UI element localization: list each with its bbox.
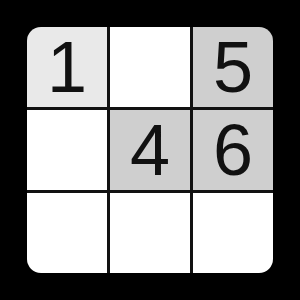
cell-r1c2[interactable]: 6 [193, 110, 273, 190]
icon-background: 1546 [0, 0, 300, 300]
cell-r1c1[interactable]: 4 [110, 110, 190, 190]
cell-r0c1[interactable] [110, 27, 190, 107]
cell-r0c2[interactable]: 5 [193, 27, 273, 107]
sudoku-board[interactable]: 1546 [27, 27, 273, 273]
cell-digit: 6 [213, 114, 253, 186]
cell-r2c2[interactable] [193, 193, 273, 273]
cell-r2c1[interactable] [110, 193, 190, 273]
cell-digit: 1 [47, 31, 87, 103]
cell-r1c0[interactable] [27, 110, 107, 190]
cell-r0c0[interactable]: 1 [27, 27, 107, 107]
cell-r2c0[interactable] [27, 193, 107, 273]
cell-digit: 4 [130, 114, 170, 186]
cell-digit: 5 [213, 31, 253, 103]
